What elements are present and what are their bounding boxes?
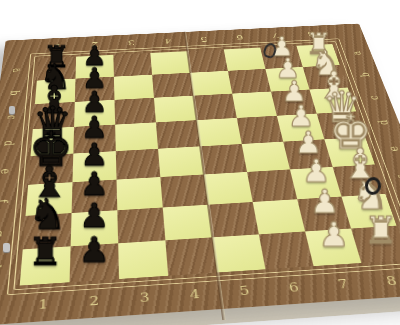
piece-black-pawn-g2[interactable]: ♟ — [79, 199, 109, 232]
rank-label-bottom-6: 6 — [267, 274, 321, 300]
piece-white-pawn-g7[interactable]: ♟ — [310, 185, 339, 218]
rank-label-top-3: 3 — [113, 35, 150, 49]
hinge-pin-icon — [3, 243, 10, 252]
rank-label-top-5: 5 — [185, 32, 223, 46]
file-label-left-e: e — [0, 161, 28, 181]
rank-label-bottom-3: 3 — [119, 284, 171, 310]
rank-label-bottom-1: 1 — [17, 290, 69, 317]
piece-white-pawn-h7[interactable]: ♟ — [319, 217, 350, 251]
file-label-left-g: g — [0, 222, 23, 245]
rank-label-top-6: 6 — [221, 30, 259, 44]
rank-label-top-4: 4 — [149, 34, 187, 48]
photo-scene: 12345678 12345678 abcdefgh abcdefgh ♜♟♟♜… — [0, 0, 400, 325]
file-label-left-f: f — [0, 190, 26, 211]
file-label-left-c: c — [0, 108, 33, 125]
rank-label-bottom-2: 2 — [69, 287, 120, 314]
rank-label-bottom-7: 7 — [316, 271, 371, 297]
piece-white-rook-h8[interactable]: ♜ — [364, 211, 398, 248]
piece-black-pawn-h2[interactable]: ♟ — [79, 232, 110, 267]
hinge-pin-icon — [9, 106, 15, 114]
piece-black-rook-h1[interactable]: ♜ — [28, 232, 62, 270]
pieces-layer: ♜♟♟♜♞♟♟♞♝♟♟♝♛♟♟♛♚♟♟♚♝♟♟♝♞♟♟♞♜♟♟♜ — [20, 44, 400, 286]
rank-label-bottom-5: 5 — [218, 277, 271, 303]
file-label-left-a: a — [0, 62, 37, 77]
board-side-edge — [0, 291, 400, 325]
rank-label-bottom-4: 4 — [169, 281, 221, 307]
file-label-left-b: b — [0, 85, 35, 101]
file-label-left-h: h — [0, 256, 20, 281]
rank-label-bottom-8: 8 — [364, 268, 400, 294]
file-label-left-d: d — [0, 134, 31, 152]
chess-board: 12345678 12345678 abcdefgh abcdefgh ♜♟♟♜… — [0, 23, 400, 325]
